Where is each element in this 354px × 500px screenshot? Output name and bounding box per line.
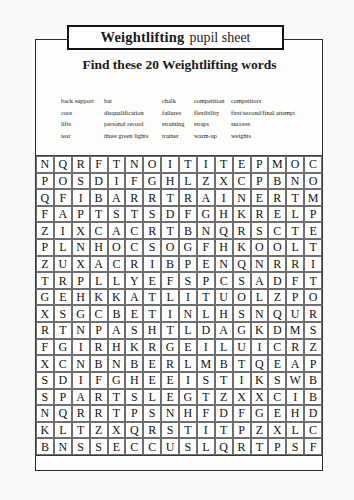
grid-cell[interactable]: T (143, 305, 161, 322)
grid-cell[interactable]: H (215, 305, 233, 322)
grid-cell[interactable]: Z (36, 222, 54, 239)
word-list: back supportbarchalkcompetitioncompetito… (61, 97, 298, 139)
grid-cell[interactable]: T (179, 422, 197, 439)
grid-cell[interactable]: R (90, 389, 108, 406)
grid-cell[interactable]: K (125, 339, 143, 356)
grid-cell[interactable]: C (90, 305, 108, 322)
grid-cell[interactable]: S (233, 272, 251, 289)
grid-cell[interactable]: C (304, 156, 322, 173)
grid-cell[interactable]: Q (251, 355, 269, 372)
grid-cell[interactable]: B (90, 189, 108, 206)
grid-cell[interactable]: S (197, 372, 215, 389)
grid-cell[interactable]: N (286, 173, 304, 190)
grid-cell[interactable]: L (286, 422, 304, 439)
grid-cell[interactable]: H (90, 239, 108, 256)
grid-cell[interactable]: F (304, 438, 322, 455)
grid-cell[interactable]: F (36, 206, 54, 223)
grid-cell[interactable]: T (72, 422, 90, 439)
grid-cell[interactable]: E (143, 355, 161, 372)
grid-cell[interactable]: D (161, 206, 179, 223)
grid-cell[interactable]: Q (36, 189, 54, 206)
grid-cell[interactable]: N (197, 222, 215, 239)
grid-cell[interactable]: E (143, 372, 161, 389)
grid-cell[interactable]: K (251, 372, 269, 389)
grid-cell[interactable]: D (268, 322, 286, 339)
grid-cell[interactable]: N (161, 405, 179, 422)
grid-cell[interactable]: T (197, 389, 215, 406)
grid-cell[interactable]: U (233, 339, 251, 356)
grid-cell[interactable]: C (268, 389, 286, 406)
grid-cell[interactable]: X (72, 222, 90, 239)
grid-cell[interactable]: C (215, 272, 233, 289)
grid-cell[interactable]: L (143, 389, 161, 406)
grid-cell[interactable]: H (179, 405, 197, 422)
grid-cell[interactable]: Z (197, 173, 215, 190)
grid-cell[interactable]: T (286, 189, 304, 206)
grid-cell[interactable]: I (161, 305, 179, 322)
grid-cell[interactable]: L (197, 438, 215, 455)
grid-cell[interactable]: N (72, 239, 90, 256)
grid-cell[interactable]: S (72, 173, 90, 190)
grid-cell[interactable]: C (268, 339, 286, 356)
grid-cell[interactable]: O (54, 173, 72, 190)
grid-cell[interactable]: X (36, 355, 54, 372)
grid-cell[interactable]: S (304, 322, 322, 339)
grid-cell[interactable]: R (268, 189, 286, 206)
grid-cell[interactable]: A (197, 189, 215, 206)
grid-cell[interactable]: I (197, 422, 215, 439)
grid-cell[interactable]: A (90, 256, 108, 273)
grid-cell[interactable]: Y (125, 272, 143, 289)
grid-cell[interactable]: I (161, 156, 179, 173)
grid-cell[interactable]: E (143, 272, 161, 289)
grid-cell[interactable]: O (304, 289, 322, 306)
grid-cell[interactable]: E (197, 256, 215, 273)
grid-cell[interactable]: C (143, 438, 161, 455)
grid-cell[interactable]: R (286, 256, 304, 273)
grid-cell[interactable]: H (125, 372, 143, 389)
grid-cell[interactable]: R (268, 256, 286, 273)
grid-cell[interactable]: I (286, 389, 304, 406)
grid-cell[interactable]: O (268, 239, 286, 256)
grid-cell[interactable]: G (108, 372, 126, 389)
grid-cell[interactable]: A (108, 189, 126, 206)
grid-cell[interactable]: I (215, 189, 233, 206)
grid-cell[interactable]: B (161, 256, 179, 273)
grid-cell[interactable]: G (36, 289, 54, 306)
grid-cell[interactable]: I (108, 173, 126, 190)
grid-cell[interactable]: T (54, 322, 72, 339)
grid-cell[interactable]: I (197, 156, 215, 173)
grid-cell[interactable]: B (304, 372, 322, 389)
grid-cell[interactable]: S (268, 372, 286, 389)
grid-cell[interactable]: E (161, 389, 179, 406)
grid-cell[interactable]: Q (215, 438, 233, 455)
grid-cell[interactable]: E (125, 305, 143, 322)
grid-cell[interactable]: F (179, 206, 197, 223)
grid-cell[interactable]: F (90, 156, 108, 173)
grid-cell[interactable]: F (90, 372, 108, 389)
grid-cell[interactable]: I (197, 339, 215, 356)
grid-cell[interactable]: D (197, 322, 215, 339)
word-list-item: weights (231, 132, 298, 139)
grid-cell[interactable]: T (161, 322, 179, 339)
grid-cell[interactable]: E (268, 206, 286, 223)
grid-cell[interactable]: E (54, 289, 72, 306)
grid-cell[interactable]: O (161, 239, 179, 256)
grid-cell[interactable]: F (233, 405, 251, 422)
grid-cell[interactable]: G (197, 206, 215, 223)
grid-cell[interactable]: P (72, 206, 90, 223)
grid-cell[interactable]: C (268, 222, 286, 239)
grid-cell[interactable]: T (90, 206, 108, 223)
word-list-item: trainer (162, 132, 194, 139)
grid-cell[interactable]: L (54, 239, 72, 256)
grid-cell[interactable]: L (179, 355, 197, 372)
grid-cell[interactable]: S (54, 305, 72, 322)
grid-cell[interactable]: T (143, 289, 161, 306)
grid-cell[interactable]: P (286, 289, 304, 306)
grid-cell[interactable]: I (54, 222, 72, 239)
grid-cell[interactable]: K (251, 322, 269, 339)
grid-cell[interactable]: E (233, 156, 251, 173)
grid-cell[interactable]: P (54, 389, 72, 406)
grid-cell[interactable]: C (304, 422, 322, 439)
grid-cell[interactable]: E (251, 189, 269, 206)
grid-cell[interactable]: S (143, 239, 161, 256)
grid-cell[interactable]: R (233, 438, 251, 455)
grid-cell[interactable]: F (161, 272, 179, 289)
grid-cell[interactable]: I (143, 256, 161, 273)
grid-cell[interactable]: I (233, 372, 251, 389)
grid-cell[interactable]: F (54, 189, 72, 206)
grid-cell[interactable]: L (179, 173, 197, 190)
grid-cell[interactable]: Z (251, 422, 269, 439)
grid-cell[interactable]: F (197, 239, 215, 256)
grid-cell[interactable]: R (90, 339, 108, 356)
grid-cell[interactable]: P (125, 405, 143, 422)
grid-cell[interactable]: E (108, 438, 126, 455)
grid-cell[interactable]: T (161, 222, 179, 239)
grid-cell[interactable]: X (215, 173, 233, 190)
grid-cell[interactable]: E (268, 405, 286, 422)
grid-cell[interactable]: G (72, 305, 90, 322)
grid-cell[interactable]: L (286, 239, 304, 256)
grid-cell[interactable]: O (233, 289, 251, 306)
grid-cell[interactable]: M (197, 355, 215, 372)
grid-cell[interactable]: D (90, 173, 108, 190)
grid-cell[interactable]: T (161, 189, 179, 206)
grid-cell[interactable]: P (251, 173, 269, 190)
word-list-item: bar (104, 97, 162, 104)
grid-cell[interactable]: P (304, 355, 322, 372)
grid-cell[interactable]: C (90, 222, 108, 239)
grid-cell[interactable]: B (36, 438, 54, 455)
grid-cell[interactable]: T (215, 372, 233, 389)
grid-cell[interactable]: N (72, 322, 90, 339)
grid-cell[interactable]: R (143, 422, 161, 439)
grid-cell[interactable]: E (161, 372, 179, 389)
grid-cell[interactable]: G (251, 405, 269, 422)
grid-cell[interactable]: R (161, 355, 179, 372)
grid-cell[interactable]: G (161, 339, 179, 356)
grid-cell[interactable]: F (125, 173, 143, 190)
grid-cell[interactable]: Z (36, 256, 54, 273)
grid-cell[interactable]: T (304, 272, 322, 289)
grid-cell[interactable]: K (108, 289, 126, 306)
grid-cell[interactable]: S (143, 405, 161, 422)
grid-cell[interactable]: N (36, 156, 54, 173)
grid-cell[interactable]: K (233, 206, 251, 223)
grid-cell[interactable]: T (108, 389, 126, 406)
grid-cell[interactable]: Z (90, 422, 108, 439)
grid-cell[interactable]: R (233, 222, 251, 239)
grid-cell[interactable]: S (72, 438, 90, 455)
grid-cell[interactable]: H (215, 206, 233, 223)
grid-cell[interactable]: C (233, 173, 251, 190)
grid-cell[interactable]: L (251, 289, 269, 306)
grid-cell[interactable]: S (143, 206, 161, 223)
grid-cell[interactable]: O (143, 156, 161, 173)
grid-cell[interactable]: X (36, 305, 54, 322)
grid-cell[interactable]: D (54, 372, 72, 389)
grid-cell[interactable]: R (54, 272, 72, 289)
grid-cell[interactable]: R (125, 189, 143, 206)
grid-cell[interactable]: R (90, 405, 108, 422)
grid-cell[interactable]: Q (215, 222, 233, 239)
grid-cell[interactable]: U (215, 289, 233, 306)
grid-cell[interactable]: M (286, 322, 304, 339)
grid-cell[interactable]: L (161, 289, 179, 306)
grid-cell[interactable]: Z (215, 389, 233, 406)
grid-cell[interactable]: K (90, 289, 108, 306)
grid-cell[interactable]: S (36, 372, 54, 389)
grid-cell[interactable]: X (251, 389, 269, 406)
grid-cell[interactable]: F (197, 405, 215, 422)
grid-cell[interactable]: T (233, 355, 251, 372)
grid-cell[interactable]: Q (268, 305, 286, 322)
grid-cell[interactable]: I (179, 289, 197, 306)
grid-cell[interactable]: B (304, 389, 322, 406)
grid-cell[interactable]: N (215, 256, 233, 273)
grid-cell[interactable]: M (268, 156, 286, 173)
grid-cell[interactable]: D (215, 405, 233, 422)
grid-cell[interactable]: P (251, 156, 269, 173)
grid-cell[interactable]: L (54, 422, 72, 439)
grid-cell[interactable]: X (268, 422, 286, 439)
grid-cell[interactable]: N (179, 305, 197, 322)
grid-cell[interactable]: P (36, 173, 54, 190)
worksheet-page: Weightlifting pupil sheet Find these 20 … (0, 0, 354, 500)
grid-cell[interactable]: T (197, 289, 215, 306)
grid-cell[interactable]: S (36, 389, 54, 406)
grid-cell[interactable]: N (54, 438, 72, 455)
grid-cell[interactable]: N (36, 405, 54, 422)
grid-cell[interactable]: A (286, 355, 304, 372)
grid-cell[interactable]: P (304, 206, 322, 223)
grid-cell[interactable]: S (90, 438, 108, 455)
grid-cell[interactable]: C (54, 355, 72, 372)
grid-cell[interactable]: I (179, 372, 197, 389)
grid-cell[interactable]: Q (54, 405, 72, 422)
grid-cell[interactable]: T (125, 206, 143, 223)
grid-cell[interactable]: N (125, 156, 143, 173)
grid-cell[interactable]: P (268, 438, 286, 455)
grid-cell[interactable]: R (36, 322, 54, 339)
grid-cell[interactable]: T (286, 222, 304, 239)
grid-cell[interactable]: H (143, 322, 161, 339)
grid-cell[interactable]: L (215, 339, 233, 356)
grid-cell[interactable]: P (36, 239, 54, 256)
grid-cell[interactable]: T (108, 156, 126, 173)
grid-cell[interactable]: Z (304, 339, 322, 356)
grid-cell[interactable]: P (90, 322, 108, 339)
title-sheet-type: pupil sheet (189, 30, 250, 46)
grid-cell[interactable]: T (215, 156, 233, 173)
grid-cell[interactable]: R (286, 339, 304, 356)
grid-cell[interactable]: C (108, 256, 126, 273)
grid-cell[interactable]: N (108, 355, 126, 372)
grid-cell[interactable]: A (54, 206, 72, 223)
grid-cell[interactable]: R (304, 305, 322, 322)
grid-cell[interactable]: S (108, 206, 126, 223)
grid-cell[interactable]: D (268, 272, 286, 289)
grid-cell[interactable]: I (251, 339, 269, 356)
grid-cell[interactable]: G (143, 173, 161, 190)
grid-cell[interactable]: R (125, 256, 143, 273)
grid-cell[interactable]: A (72, 389, 90, 406)
grid-cell[interactable]: N (251, 305, 269, 322)
grid-cell[interactable]: D (304, 405, 322, 422)
grid-cell[interactable]: S (286, 438, 304, 455)
grid-cell[interactable]: F (36, 339, 54, 356)
grid-cell[interactable]: K (233, 239, 251, 256)
grid-cell[interactable]: E (268, 355, 286, 372)
grid-cell[interactable]: S (251, 222, 269, 239)
grid-cell[interactable]: B (215, 355, 233, 372)
grid-cell[interactable]: H (161, 173, 179, 190)
word-list-item: flexibility (194, 109, 231, 116)
grid-cell[interactable]: W (286, 372, 304, 389)
grid-cell[interactable]: E (304, 222, 322, 239)
grid-cell[interactable]: G (54, 339, 72, 356)
grid-cell[interactable]: B (179, 222, 197, 239)
grid-cell[interactable]: B (108, 305, 126, 322)
word-search-grid: NQRFTNOITITEPMOCPOSDIFGHLZXCPBNOQFIBARRT… (35, 155, 323, 456)
grid-cell[interactable]: P (197, 272, 215, 289)
grid-cell[interactable]: K (36, 422, 54, 439)
grid-cell[interactable]: C (125, 222, 143, 239)
grid-cell[interactable]: Q (54, 156, 72, 173)
grid-cell[interactable]: G (179, 389, 197, 406)
grid-cell[interactable]: U (54, 256, 72, 273)
grid-cell[interactable]: R (179, 189, 197, 206)
grid-cell[interactable]: S (161, 422, 179, 439)
grid-cell[interactable]: A (125, 289, 143, 306)
grid-cell[interactable]: I (72, 372, 90, 389)
grid-cell[interactable]: O (251, 239, 269, 256)
grid-cell[interactable]: U (286, 305, 304, 322)
grid-cell[interactable]: F (286, 272, 304, 289)
grid-cell[interactable]: H (286, 405, 304, 422)
grid-cell[interactable]: L (108, 272, 126, 289)
grid-cell[interactable]: A (251, 272, 269, 289)
grid-cell[interactable]: S (233, 305, 251, 322)
grid-cell[interactable]: L (197, 305, 215, 322)
grid-cell[interactable]: X (72, 256, 90, 273)
grid-cell[interactable]: R (72, 156, 90, 173)
grid-cell[interactable]: S (125, 389, 143, 406)
grid-cell[interactable]: Q (125, 422, 143, 439)
grid-cell[interactable]: I (304, 256, 322, 273)
grid-cell[interactable]: X (233, 389, 251, 406)
grid-cell[interactable]: B (125, 355, 143, 372)
grid-cell[interactable]: R (72, 405, 90, 422)
grid-cell[interactable]: N (72, 355, 90, 372)
grid-cell[interactable]: A (108, 222, 126, 239)
grid-cell[interactable]: C (125, 239, 143, 256)
grid-cell[interactable]: E (179, 339, 197, 356)
word-list-item: competition (194, 97, 231, 104)
grid-cell[interactable]: A (215, 322, 233, 339)
grid-cell[interactable]: M (304, 189, 322, 206)
grid-cell[interactable]: P (72, 272, 90, 289)
grid-cell[interactable]: R (143, 222, 161, 239)
grid-cell[interactable]: Q (233, 256, 251, 273)
grid-cell[interactable]: I (72, 339, 90, 356)
grid-cell[interactable]: S (179, 438, 197, 455)
grid-cell[interactable]: G (179, 239, 197, 256)
grid-cell[interactable]: Z (268, 289, 286, 306)
grid-cell[interactable]: B (268, 173, 286, 190)
grid-cell[interactable]: H (108, 339, 126, 356)
grid-cell[interactable]: T (36, 272, 54, 289)
grid-cell[interactable]: R (143, 339, 161, 356)
grid-cell[interactable]: X (108, 422, 126, 439)
word-list-item: warm-up (194, 132, 231, 139)
grid-cell[interactable]: R (143, 189, 161, 206)
grid-cell[interactable]: O (304, 173, 322, 190)
grid-cell[interactable]: C (125, 438, 143, 455)
word-list-item: straining (162, 120, 194, 127)
grid-cell[interactable]: T (304, 239, 322, 256)
grid-cell[interactable]: L (179, 322, 197, 339)
grid-cell[interactable]: U (161, 438, 179, 455)
grid-cell[interactable]: P (179, 256, 197, 273)
grid-cell[interactable]: T (215, 422, 233, 439)
grid-cell[interactable]: B (90, 355, 108, 372)
grid-cell[interactable]: A (108, 322, 126, 339)
grid-cell[interactable]: O (108, 239, 126, 256)
grid-cell[interactable]: P (233, 422, 251, 439)
grid-cell[interactable]: H (72, 289, 90, 306)
grid-cell[interactable]: S (125, 322, 143, 339)
grid-cell[interactable]: T (179, 156, 197, 173)
grid-cell[interactable]: T (251, 438, 269, 455)
grid-cell[interactable]: T (108, 405, 126, 422)
grid-cell[interactable]: L (286, 206, 304, 223)
grid-cell[interactable]: H (215, 239, 233, 256)
grid-cell[interactable]: G (233, 322, 251, 339)
grid-cell[interactable]: N (251, 256, 269, 273)
grid-cell[interactable]: L (90, 272, 108, 289)
word-list-item: success (231, 120, 298, 127)
grid-cell[interactable]: N (233, 189, 251, 206)
grid-cell[interactable]: O (286, 156, 304, 173)
grid-cell[interactable]: I (72, 189, 90, 206)
grid-cell[interactable]: R (251, 206, 269, 223)
grid-cell[interactable]: S (179, 272, 197, 289)
